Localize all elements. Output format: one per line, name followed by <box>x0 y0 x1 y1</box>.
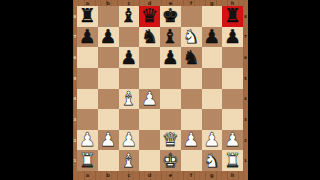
rank-label-7: 7 <box>244 34 247 39</box>
black-pawn-piece: ♟ <box>79 27 96 46</box>
white-queen-piece: ♛ <box>162 130 179 149</box>
square-h8[interactable]: ♜ <box>222 6 243 27</box>
square-a6[interactable] <box>77 47 98 68</box>
square-b5[interactable] <box>98 68 119 89</box>
white-bishop-piece: ♝ <box>120 151 137 170</box>
square-h5[interactable] <box>222 68 243 89</box>
black-pawn-piece: ♟ <box>162 48 179 67</box>
square-h2[interactable]: ♟ <box>222 130 243 151</box>
square-b4[interactable] <box>98 89 119 110</box>
rank-label-1: 1 <box>74 158 77 163</box>
square-g7[interactable]: ♟ <box>202 27 223 48</box>
white-king-piece: ♚ <box>162 151 179 170</box>
square-e7[interactable]: ♝ <box>160 27 181 48</box>
rank-label-4: 4 <box>74 96 77 101</box>
square-c5[interactable] <box>119 68 140 89</box>
square-g8[interactable] <box>202 6 223 27</box>
square-f2[interactable]: ♟ <box>181 130 202 151</box>
black-king-piece: ♚ <box>162 6 179 25</box>
square-a2[interactable]: ♟ <box>77 130 98 151</box>
square-g6[interactable] <box>202 47 223 68</box>
white-pawn-piece: ♟ <box>79 130 96 149</box>
square-h6[interactable] <box>222 47 243 68</box>
white-rook-piece: ♜ <box>224 151 241 170</box>
file-label-b: b <box>106 172 110 179</box>
square-a3[interactable] <box>77 109 98 130</box>
square-c6[interactable]: ♟ <box>119 47 140 68</box>
square-e4[interactable] <box>160 89 181 110</box>
square-f8[interactable] <box>181 6 202 27</box>
black-pawn-piece: ♟ <box>203 27 220 46</box>
square-c2[interactable]: ♟ <box>119 130 140 151</box>
square-e8[interactable]: ♚ <box>160 6 181 27</box>
black-pawn-piece: ♟ <box>120 48 137 67</box>
white-pawn-piece: ♟ <box>183 130 200 149</box>
file-label-c: c <box>127 172 130 179</box>
square-d7[interactable]: ♞ <box>139 27 160 48</box>
square-d1[interactable] <box>139 150 160 171</box>
black-knight-piece: ♞ <box>183 48 200 67</box>
square-e3[interactable] <box>160 109 181 130</box>
square-b1[interactable] <box>98 150 119 171</box>
square-h4[interactable] <box>222 89 243 110</box>
file-labels-bottom: abcdefgh <box>77 171 243 180</box>
white-pawn-piece: ♟ <box>120 130 137 149</box>
square-d3[interactable] <box>139 109 160 130</box>
square-f5[interactable] <box>181 68 202 89</box>
file-label-f: f <box>190 172 192 179</box>
rank-label-3: 3 <box>244 117 247 122</box>
square-c8[interactable]: ♝ <box>119 6 140 27</box>
square-e5[interactable] <box>160 68 181 89</box>
square-b7[interactable]: ♟ <box>98 27 119 48</box>
white-bishop-piece: ♝ <box>120 89 137 108</box>
square-h3[interactable] <box>222 109 243 130</box>
square-b3[interactable] <box>98 109 119 130</box>
square-c4[interactable]: ♝ <box>119 89 140 110</box>
square-h7[interactable]: ♟ <box>222 27 243 48</box>
black-queen-piece: ♛ <box>141 6 158 25</box>
square-h1[interactable]: ♜ <box>222 150 243 171</box>
white-pawn-piece: ♟ <box>141 89 158 108</box>
black-bishop-piece: ♝ <box>162 27 179 46</box>
rank-label-8: 8 <box>74 14 77 19</box>
file-label-a: a <box>86 172 89 179</box>
square-g4[interactable] <box>202 89 223 110</box>
square-d2[interactable] <box>139 130 160 151</box>
rank-label-2: 2 <box>244 138 247 143</box>
rank-label-4: 4 <box>244 96 247 101</box>
chess-board: ♜♝♛♚♜♟♟♞♝♞♟♟♟♟♞♝♟♟♟♟♛♟♟♟♜♝♚♞♜ <box>77 6 243 171</box>
square-d8[interactable]: ♛ <box>139 6 160 27</box>
rank-label-8: 8 <box>244 14 247 19</box>
white-pawn-piece: ♟ <box>203 130 220 149</box>
black-rook-piece: ♜ <box>224 6 241 25</box>
chess-board-frame: abcdefgh abcdefgh 87654321 87654321 ♜♝♛♚… <box>73 0 248 180</box>
black-pawn-piece: ♟ <box>100 27 117 46</box>
rank-label-7: 7 <box>74 34 77 39</box>
square-c1[interactable]: ♝ <box>119 150 140 171</box>
white-pawn-piece: ♟ <box>224 130 241 149</box>
square-a4[interactable] <box>77 89 98 110</box>
black-bishop-piece: ♝ <box>120 6 137 25</box>
rank-label-5: 5 <box>74 76 77 81</box>
square-g3[interactable] <box>202 109 223 130</box>
square-f1[interactable] <box>181 150 202 171</box>
square-e2[interactable]: ♛ <box>160 130 181 151</box>
file-label-e: e <box>169 172 172 179</box>
white-rook-piece: ♜ <box>79 151 96 170</box>
black-pawn-piece: ♟ <box>224 27 241 46</box>
rank-label-5: 5 <box>244 76 247 81</box>
square-d5[interactable] <box>139 68 160 89</box>
white-knight-piece: ♞ <box>183 27 200 46</box>
square-a1[interactable]: ♜ <box>77 150 98 171</box>
file-label-g: g <box>210 172 214 179</box>
square-f7[interactable]: ♞ <box>181 27 202 48</box>
square-b2[interactable]: ♟ <box>98 130 119 151</box>
square-c3[interactable] <box>119 109 140 130</box>
square-b8[interactable] <box>98 6 119 27</box>
rank-label-6: 6 <box>74 55 77 60</box>
square-a5[interactable] <box>77 68 98 89</box>
square-g5[interactable] <box>202 68 223 89</box>
file-label-d: d <box>148 172 152 179</box>
square-g2[interactable]: ♟ <box>202 130 223 151</box>
white-knight-piece: ♞ <box>203 151 220 170</box>
rank-label-6: 6 <box>244 55 247 60</box>
square-b6[interactable] <box>98 47 119 68</box>
file-label-h: h <box>231 172 235 179</box>
square-d6[interactable] <box>139 47 160 68</box>
black-knight-piece: ♞ <box>141 27 158 46</box>
square-a8[interactable]: ♜ <box>77 6 98 27</box>
rank-label-1: 1 <box>244 158 247 163</box>
rank-label-3: 3 <box>74 117 77 122</box>
rank-labels-right: 87654321 <box>243 6 248 171</box>
rank-label-2: 2 <box>74 138 77 143</box>
square-f4[interactable] <box>181 89 202 110</box>
square-a7[interactable]: ♟ <box>77 27 98 48</box>
square-e6[interactable]: ♟ <box>160 47 181 68</box>
square-f3[interactable] <box>181 109 202 130</box>
black-rook-piece: ♜ <box>79 6 96 25</box>
square-g1[interactable]: ♞ <box>202 150 223 171</box>
screenshot-stage: abcdefgh abcdefgh 87654321 87654321 ♜♝♛♚… <box>0 0 320 180</box>
square-e1[interactable]: ♚ <box>160 150 181 171</box>
square-c7[interactable] <box>119 27 140 48</box>
square-d4[interactable]: ♟ <box>139 89 160 110</box>
white-pawn-piece: ♟ <box>100 130 117 149</box>
square-f6[interactable]: ♞ <box>181 47 202 68</box>
